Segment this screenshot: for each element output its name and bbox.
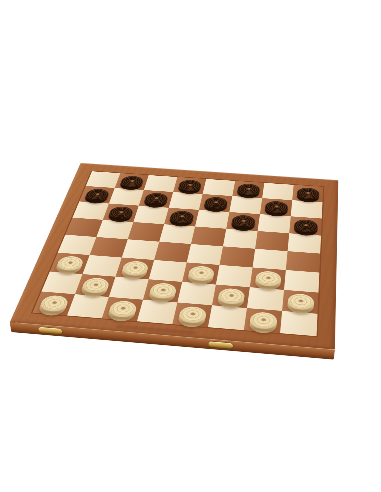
checkers-board (9, 163, 338, 350)
light-piece[interactable] (147, 282, 177, 303)
dark-piece[interactable] (142, 192, 169, 208)
dark-piece[interactable] (293, 219, 318, 236)
square-b8[interactable] (114, 173, 148, 190)
dark-piece[interactable] (118, 175, 144, 190)
square-e7[interactable] (198, 194, 231, 212)
piece-top (148, 282, 177, 299)
square-h1[interactable] (279, 311, 316, 336)
light-piece[interactable] (78, 277, 110, 298)
dark-piece[interactable] (296, 187, 319, 203)
square-g5[interactable] (255, 231, 289, 251)
square-c1[interactable] (101, 297, 142, 321)
square-h8[interactable] (292, 185, 323, 202)
piece-top (286, 293, 313, 311)
square-f5[interactable] (222, 229, 257, 249)
piece-side (286, 293, 313, 315)
square-b2[interactable] (74, 274, 115, 297)
piece-side (254, 270, 281, 290)
square-g7[interactable] (259, 198, 291, 216)
product-photo (0, 0, 381, 492)
square-h4[interactable] (285, 251, 319, 272)
square-a2[interactable] (41, 272, 82, 295)
square-f2[interactable] (211, 285, 249, 309)
square-e4[interactable] (186, 244, 222, 265)
piece-top (254, 270, 281, 287)
piece-top (80, 277, 110, 294)
piece-side (119, 260, 149, 280)
dark-piece[interactable] (202, 196, 228, 212)
dark-piece[interactable] (82, 188, 110, 204)
square-e1[interactable] (172, 302, 212, 327)
piece-side (53, 255, 84, 274)
piece-top (107, 300, 138, 318)
square-d2[interactable] (142, 279, 181, 302)
light-piece[interactable] (216, 287, 245, 308)
piece-top (248, 311, 276, 330)
square-d8[interactable] (173, 177, 206, 194)
square-c3[interactable] (115, 257, 154, 279)
light-piece[interactable] (176, 306, 206, 328)
piece-side (216, 287, 245, 308)
square-a1[interactable] (32, 291, 75, 315)
square-b3[interactable] (82, 255, 121, 277)
light-piece[interactable] (286, 293, 313, 315)
square-h6[interactable] (289, 216, 322, 235)
dark-piece[interactable] (167, 210, 194, 227)
square-f1[interactable] (207, 305, 246, 330)
light-piece[interactable] (105, 300, 137, 322)
piece-top (54, 255, 84, 271)
square-b1[interactable] (66, 294, 108, 318)
square-h3[interactable] (283, 270, 318, 293)
dark-piece[interactable] (230, 214, 256, 231)
brass-hinge-right (208, 341, 232, 349)
piece-side (78, 277, 110, 298)
board-grid (30, 171, 324, 338)
light-piece[interactable] (254, 270, 281, 290)
square-e2[interactable] (177, 282, 215, 305)
square-f8[interactable] (232, 181, 264, 198)
dark-piece[interactable] (106, 206, 134, 223)
square-d3[interactable] (148, 260, 186, 282)
piece-side (105, 300, 137, 322)
light-piece[interactable] (36, 294, 69, 316)
square-f4[interactable] (219, 246, 255, 267)
square-c2[interactable] (108, 277, 148, 300)
piece-top (120, 260, 149, 276)
square-g4[interactable] (252, 249, 287, 270)
square-e3[interactable] (182, 262, 219, 284)
square-c4[interactable] (121, 239, 158, 260)
piece-top (187, 265, 215, 281)
square-b4[interactable] (89, 237, 127, 258)
square-g2[interactable] (246, 287, 283, 311)
square-b6[interactable] (102, 204, 138, 223)
piece-top (177, 306, 207, 324)
light-piece[interactable] (248, 311, 277, 334)
dark-piece[interactable] (263, 200, 287, 216)
light-piece[interactable] (186, 265, 215, 285)
dark-piece[interactable] (176, 179, 201, 194)
brass-hinge-left (38, 327, 62, 334)
square-d1[interactable] (136, 300, 176, 325)
light-piece[interactable] (119, 260, 149, 280)
scene (0, 0, 381, 492)
square-c7[interactable] (138, 190, 172, 208)
piece-side (147, 282, 177, 303)
piece-top (216, 287, 244, 305)
square-a4[interactable] (57, 235, 96, 255)
square-h5[interactable] (287, 233, 320, 253)
square-d6[interactable] (164, 208, 199, 227)
dark-piece[interactable] (236, 183, 260, 199)
piece-top (37, 294, 69, 312)
square-d4[interactable] (154, 242, 191, 263)
light-piece[interactable] (53, 255, 84, 274)
square-g3[interactable] (249, 267, 285, 289)
square-g1[interactable] (243, 308, 281, 333)
piece-side (248, 311, 277, 334)
piece-side (176, 306, 206, 328)
board-surface (9, 163, 338, 350)
square-f3[interactable] (215, 265, 252, 287)
square-a3[interactable] (49, 253, 89, 274)
square-f6[interactable] (226, 212, 260, 231)
piece-side (36, 294, 69, 316)
square-h2[interactable] (282, 290, 318, 314)
piece-side (186, 265, 215, 285)
